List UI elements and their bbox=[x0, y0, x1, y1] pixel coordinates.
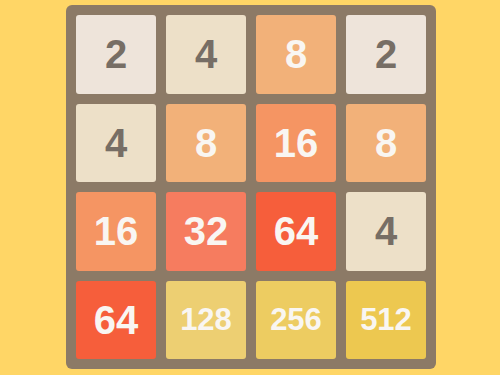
tile-r1c2-value-4: 4 bbox=[166, 15, 246, 94]
page-background: { "game": "2048", "position": { "rows": … bbox=[0, 0, 500, 375]
tile-r1c1-value-2: 2 bbox=[76, 15, 156, 94]
tile-r3c3-value-64: 64 bbox=[256, 192, 336, 271]
tile-r2c4-value-8: 8 bbox=[346, 104, 426, 183]
game-board-2048[interactable]: 248248168163264464128256512 bbox=[66, 5, 436, 369]
tile-r4c3-value-256: 256 bbox=[256, 281, 336, 360]
tile-r2c3-value-16: 16 bbox=[256, 104, 336, 183]
tile-r4c4-value-512: 512 bbox=[346, 281, 426, 360]
tile-r2c2-value-8: 8 bbox=[166, 104, 246, 183]
tile-r3c2-value-32: 32 bbox=[166, 192, 246, 271]
tile-r2c1-value-4: 4 bbox=[76, 104, 156, 183]
tile-r3c1-value-16: 16 bbox=[76, 192, 156, 271]
tile-r1c4-value-2: 2 bbox=[346, 15, 426, 94]
tile-r3c4-value-4: 4 bbox=[346, 192, 426, 271]
tile-r1c3-value-8: 8 bbox=[256, 15, 336, 94]
tile-r4c1-value-64: 64 bbox=[76, 281, 156, 360]
tile-r4c2-value-128: 128 bbox=[166, 281, 246, 360]
